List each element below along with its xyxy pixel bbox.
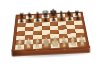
photo-canvas: ♜♞♝♛♚♝♞♜♟♟♟♟♟♟♟♟♟♟♟♟♟♟♟♟♜♞♝♛♚♝♞♜: [0, 0, 100, 67]
square-h1: ♜: [77, 42, 87, 47]
board-position-wrap: ♜♞♝♛♚♝♞♜♟♟♟♟♟♟♟♟♟♟♟♟♟♟♟♟♜♞♝♛♚♝♞♜: [12, 0, 87, 67]
square-d4: [42, 30, 51, 35]
piece-black-king: ♚: [49, 8, 57, 18]
product-photo: ♜♞♝♛♚♝♞♜♟♟♟♟♟♟♟♟♟♟♟♟♟♟♟♟♜♞♝♛♚♝♞♜: [0, 0, 100, 67]
square-c1: ♝: [33, 44, 42, 49]
square-f4: [58, 29, 67, 34]
square-d1: ♛: [42, 43, 51, 48]
scene-tilt: ♜♞♝♛♚♝♞♜♟♟♟♟♟♟♟♟♟♟♟♟♟♟♟♟♜♞♝♛♚♝♞♜: [0, 0, 100, 67]
chess-board-frame: ♜♞♝♛♚♝♞♜♟♟♟♟♟♟♟♟♟♟♟♟♟♟♟♟♜♞♝♛♚♝♞♜: [12, 12, 90, 52]
piece-black-queen: ♛: [41, 9, 49, 19]
square-b1: ♞: [24, 44, 33, 49]
square-e1: ♚: [51, 43, 60, 48]
chess-board: ♜♞♝♛♚♝♞♜♟♟♟♟♟♟♟♟♟♟♟♟♟♟♟♟♜♞♝♛♚♝♞♜: [15, 13, 87, 50]
square-a1: ♜: [15, 45, 24, 50]
